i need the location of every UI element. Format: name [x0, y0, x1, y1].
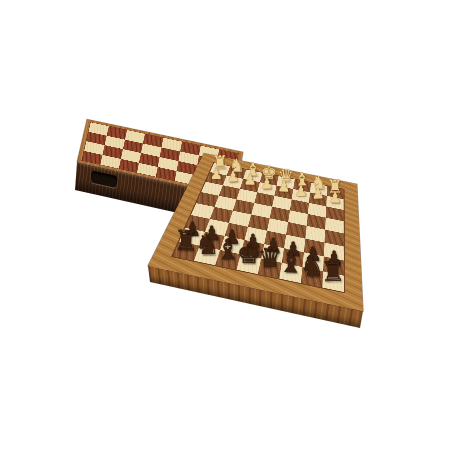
- chess-piece-bR[interactable]: ♜: [320, 257, 346, 286]
- chess-piece-wP[interactable]: ♟: [210, 166, 223, 181]
- chess-piece-wP[interactable]: ♟: [260, 176, 273, 191]
- chess-piece-wP[interactable]: ♟: [277, 180, 290, 195]
- chess-piece-wP[interactable]: ♟: [226, 169, 239, 184]
- chess-piece-wP[interactable]: ♟: [311, 187, 324, 202]
- chess-set-photo: ♜♞♝♚♛♝♞♜♟♟♟♟♟♟♟♟♟♟♟♟♟♟♟♟♜♞♝♚♛♝♞♜: [0, 0, 458, 458]
- chess-piece-wP[interactable]: ♟: [328, 190, 341, 205]
- pieces-layer: ♜♞♝♚♛♝♞♜♟♟♟♟♟♟♟♟♟♟♟♟♟♟♟♟♜♞♝♚♛♝♞♜: [0, 0, 458, 458]
- chess-piece-wP[interactable]: ♟: [294, 183, 307, 198]
- chess-piece-wP[interactable]: ♟: [243, 173, 256, 188]
